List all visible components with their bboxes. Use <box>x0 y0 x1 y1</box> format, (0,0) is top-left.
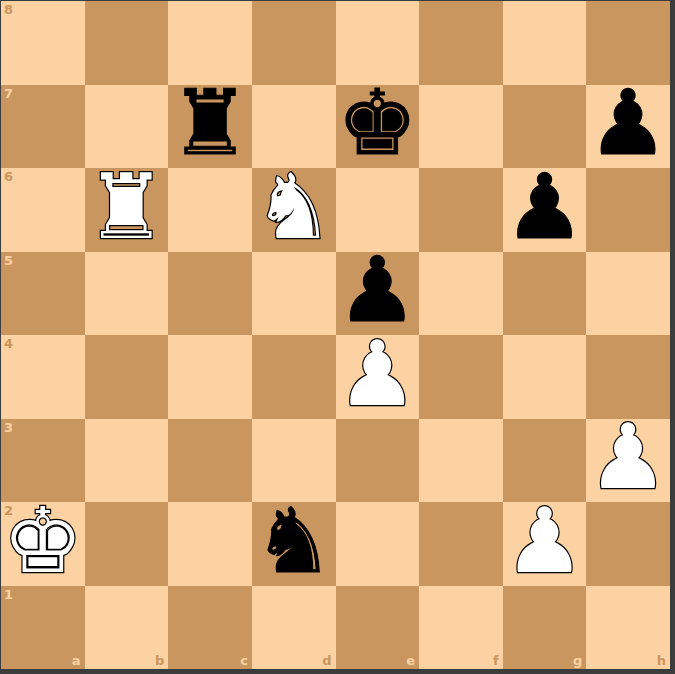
square-f1[interactable]: f <box>419 586 503 670</box>
square-a4[interactable]: 4 <box>1 335 85 419</box>
piece-white-pawn[interactable]: ♟ <box>504 502 585 586</box>
square-d4[interactable] <box>252 335 336 419</box>
square-c6[interactable] <box>168 168 252 252</box>
square-f4[interactable] <box>419 335 503 419</box>
square-b3[interactable] <box>85 419 169 503</box>
piece-white-king[interactable]: ♚ <box>2 502 83 586</box>
piece-black-pawn[interactable]: ♟ <box>588 85 669 169</box>
square-a1[interactable]: 1a <box>1 586 85 670</box>
rank-label-4: 4 <box>4 337 13 350</box>
square-b2[interactable] <box>85 502 169 586</box>
square-h2[interactable] <box>586 502 670 586</box>
square-h4[interactable] <box>586 335 670 419</box>
square-c5[interactable] <box>168 252 252 336</box>
square-b5[interactable] <box>85 252 169 336</box>
square-e6[interactable] <box>336 168 420 252</box>
square-f3[interactable] <box>419 419 503 503</box>
file-label-a: a <box>72 654 81 667</box>
square-h3[interactable]: ♟ <box>586 419 670 503</box>
square-b8[interactable] <box>85 1 169 85</box>
square-e4[interactable]: ♟ <box>336 335 420 419</box>
square-c1[interactable]: c <box>168 586 252 670</box>
chess-board: 87♜♚♟6♜♞♟5♟4♟3♟2♚♞♟1abcdefgh <box>1 1 670 669</box>
rank-label-7: 7 <box>4 87 13 100</box>
square-c7[interactable]: ♜ <box>168 85 252 169</box>
square-c3[interactable] <box>168 419 252 503</box>
rank-label-8: 8 <box>4 3 13 16</box>
square-e2[interactable] <box>336 502 420 586</box>
square-g7[interactable] <box>503 85 587 169</box>
square-f6[interactable] <box>419 168 503 252</box>
file-label-f: f <box>493 654 499 667</box>
piece-white-knight[interactable]: ♞ <box>253 168 334 252</box>
file-label-c: c <box>240 654 248 667</box>
square-d6[interactable]: ♞ <box>252 168 336 252</box>
square-e5[interactable]: ♟ <box>336 252 420 336</box>
square-h7[interactable]: ♟ <box>586 85 670 169</box>
square-f5[interactable] <box>419 252 503 336</box>
square-b7[interactable] <box>85 85 169 169</box>
piece-white-pawn[interactable]: ♟ <box>588 419 669 503</box>
board-frame: 87♜♚♟6♜♞♟5♟4♟3♟2♚♞♟1abcdefgh <box>0 0 675 674</box>
piece-black-knight[interactable]: ♞ <box>253 502 334 586</box>
square-f7[interactable] <box>419 85 503 169</box>
square-h8[interactable] <box>586 1 670 85</box>
square-c2[interactable] <box>168 502 252 586</box>
square-e1[interactable]: e <box>336 586 420 670</box>
rank-label-5: 5 <box>4 254 13 267</box>
square-a3[interactable]: 3 <box>1 419 85 503</box>
square-b6[interactable]: ♜ <box>85 168 169 252</box>
square-g4[interactable] <box>503 335 587 419</box>
square-d1[interactable]: d <box>252 586 336 670</box>
square-g1[interactable]: g <box>503 586 587 670</box>
piece-black-pawn[interactable]: ♟ <box>337 252 418 336</box>
square-a8[interactable]: 8 <box>1 1 85 85</box>
square-g2[interactable]: ♟ <box>503 502 587 586</box>
square-b4[interactable] <box>85 335 169 419</box>
rank-label-3: 3 <box>4 421 13 434</box>
square-c4[interactable] <box>168 335 252 419</box>
square-h6[interactable] <box>586 168 670 252</box>
square-d3[interactable] <box>252 419 336 503</box>
piece-white-rook[interactable]: ♜ <box>86 168 167 252</box>
file-label-h: h <box>657 654 666 667</box>
square-a2[interactable]: 2♚ <box>1 502 85 586</box>
square-c8[interactable] <box>168 1 252 85</box>
square-g5[interactable] <box>503 252 587 336</box>
square-a7[interactable]: 7 <box>1 85 85 169</box>
file-label-d: d <box>322 654 331 667</box>
square-d8[interactable] <box>252 1 336 85</box>
piece-black-rook[interactable]: ♜ <box>170 85 251 169</box>
square-g3[interactable] <box>503 419 587 503</box>
square-d7[interactable] <box>252 85 336 169</box>
square-e8[interactable] <box>336 1 420 85</box>
square-b1[interactable]: b <box>85 586 169 670</box>
piece-black-king[interactable]: ♚ <box>337 85 418 169</box>
square-a5[interactable]: 5 <box>1 252 85 336</box>
rank-label-1: 1 <box>4 588 13 601</box>
square-f2[interactable] <box>419 502 503 586</box>
file-label-b: b <box>155 654 164 667</box>
square-e7[interactable]: ♚ <box>336 85 420 169</box>
square-d5[interactable] <box>252 252 336 336</box>
file-label-g: g <box>573 654 582 667</box>
square-h1[interactable]: h <box>586 586 670 670</box>
square-a6[interactable]: 6 <box>1 168 85 252</box>
square-d2[interactable]: ♞ <box>252 502 336 586</box>
square-h5[interactable] <box>586 252 670 336</box>
square-g8[interactable] <box>503 1 587 85</box>
piece-white-pawn[interactable]: ♟ <box>337 335 418 419</box>
square-g6[interactable]: ♟ <box>503 168 587 252</box>
file-label-e: e <box>406 654 415 667</box>
square-f8[interactable] <box>419 1 503 85</box>
square-e3[interactable] <box>336 419 420 503</box>
piece-black-pawn[interactable]: ♟ <box>504 168 585 252</box>
rank-label-6: 6 <box>4 170 13 183</box>
